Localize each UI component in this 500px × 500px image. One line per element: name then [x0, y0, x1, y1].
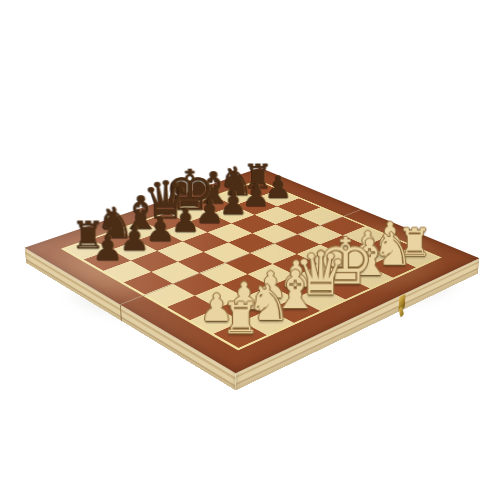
piece-black-pawn: ♟	[92, 231, 123, 265]
product-photo: ♜♞♝♚♛♝♞♜♟♟♟♟♟♟♟♟♟♟♟♟♟♟♟♟♜♞♝♚♛♝♞♜	[0, 0, 500, 500]
fold-seam-edge	[120, 304, 122, 321]
brass-clasp	[398, 294, 405, 310]
folding-chess-board: ♜♞♝♚♛♝♞♜♟♟♟♟♟♟♟♟♟♟♟♟♟♟♟♟♜♞♝♚♛♝♞♜	[25, 168, 480, 373]
brass-clasp-hook	[399, 306, 404, 318]
board-surface: ♜♞♝♚♛♝♞♜♟♟♟♟♟♟♟♟♟♟♟♟♟♟♟♟♜♞♝♚♛♝♞♜	[25, 168, 480, 373]
piece-white-rook: ♜	[221, 297, 260, 340]
